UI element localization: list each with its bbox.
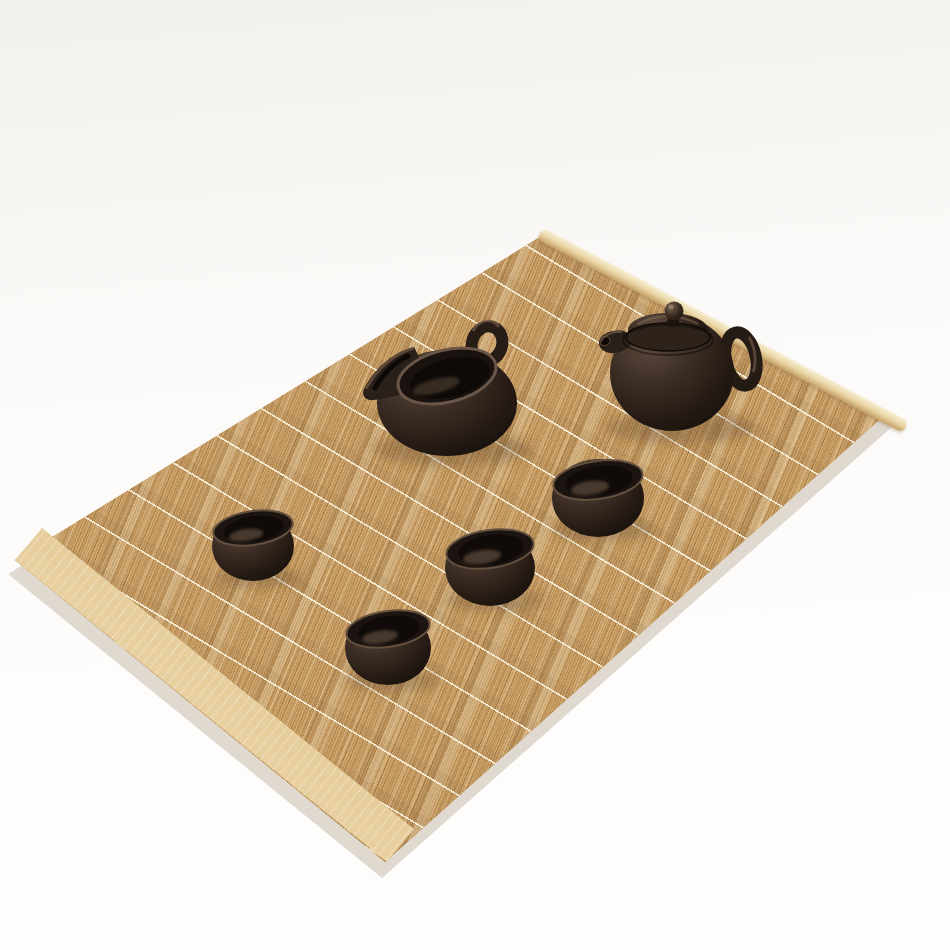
fair-cup-pitcher: [363, 321, 532, 466]
teacup-1: [211, 506, 305, 589]
teapot-lid-flange: [626, 323, 710, 351]
teapot-knob-glint: [669, 305, 674, 310]
teacup-4: [344, 605, 442, 692]
teapot: [599, 302, 762, 445]
teacup-3: [444, 524, 546, 612]
teaware-layer: [0, 0, 950, 950]
teacup-2: [551, 455, 655, 542]
product-photo: [0, 0, 950, 950]
teapot-knob: [665, 302, 684, 321]
